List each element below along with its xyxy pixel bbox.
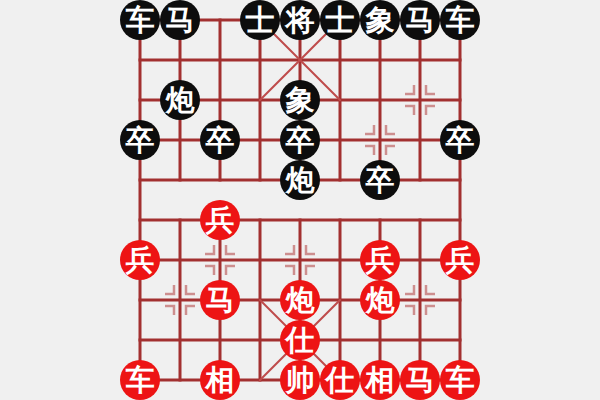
piece-black-advisor[interactable]: 士: [320, 0, 360, 40]
piece-red-soldier[interactable]: 兵: [120, 240, 160, 280]
piece-red-soldier[interactable]: 兵: [200, 200, 240, 240]
piece-black-soldier[interactable]: 卒: [280, 120, 320, 160]
piece-red-soldier[interactable]: 兵: [440, 240, 480, 280]
piece-red-general[interactable]: 帅: [280, 360, 320, 400]
piece-black-soldier[interactable]: 卒: [360, 160, 400, 200]
piece-black-cannon[interactable]: 炮: [160, 80, 200, 120]
piece-black-horse[interactable]: 马: [160, 0, 200, 40]
piece-black-soldier[interactable]: 卒: [440, 120, 480, 160]
piece-black-soldier[interactable]: 卒: [200, 120, 240, 160]
piece-black-chariot[interactable]: 车: [120, 0, 160, 40]
piece-red-soldier[interactable]: 兵: [360, 240, 400, 280]
piece-red-chariot[interactable]: 车: [440, 360, 480, 400]
piece-red-cannon[interactable]: 炮: [280, 280, 320, 320]
piece-red-advisor[interactable]: 仕: [320, 360, 360, 400]
piece-red-horse[interactable]: 马: [200, 280, 240, 320]
piece-black-general[interactable]: 将: [280, 0, 320, 40]
piece-red-horse[interactable]: 马: [400, 360, 440, 400]
piece-red-elephant[interactable]: 相: [360, 360, 400, 400]
piece-black-chariot[interactable]: 车: [440, 0, 480, 40]
piece-black-cannon[interactable]: 炮: [280, 160, 320, 200]
piece-red-chariot[interactable]: 车: [120, 360, 160, 400]
xiangqi-board: 车马士将士象马车炮象卒卒卒卒炮卒兵兵兵兵马炮炮仕车相帅仕相马车: [0, 0, 600, 400]
piece-red-elephant[interactable]: 相: [200, 360, 240, 400]
piece-black-elephant[interactable]: 象: [360, 0, 400, 40]
piece-red-advisor[interactable]: 仕: [280, 320, 320, 360]
piece-red-cannon[interactable]: 炮: [360, 280, 400, 320]
piece-black-advisor[interactable]: 士: [240, 0, 280, 40]
piece-black-elephant[interactable]: 象: [280, 80, 320, 120]
piece-black-horse[interactable]: 马: [400, 0, 440, 40]
piece-black-soldier[interactable]: 卒: [120, 120, 160, 160]
